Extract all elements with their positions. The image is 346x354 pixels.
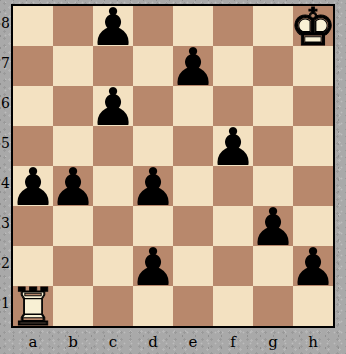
square-g7[interactable] bbox=[253, 46, 293, 86]
square-g6[interactable] bbox=[253, 86, 293, 126]
square-g3[interactable]: ♟ bbox=[253, 206, 293, 246]
square-b2[interactable] bbox=[53, 246, 93, 286]
square-c8[interactable]: ♟ bbox=[93, 6, 133, 46]
file-label-e: e bbox=[173, 332, 213, 352]
square-a8[interactable] bbox=[13, 6, 53, 46]
black-pawn[interactable]: ♟ bbox=[173, 47, 213, 87]
square-e2[interactable] bbox=[173, 246, 213, 286]
square-e3[interactable] bbox=[173, 206, 213, 246]
square-a4[interactable]: ♟ bbox=[13, 166, 53, 206]
square-h1[interactable] bbox=[293, 286, 333, 326]
black-pawn[interactable]: ♟ bbox=[213, 127, 253, 167]
square-c5[interactable] bbox=[93, 126, 133, 166]
black-pawn[interactable]: ♟ bbox=[53, 167, 93, 207]
square-b7[interactable] bbox=[53, 46, 93, 86]
square-b4[interactable]: ♟ bbox=[53, 166, 93, 206]
rank-label-7: 7 bbox=[0, 43, 11, 83]
file-label-d: d bbox=[133, 332, 173, 352]
square-a6[interactable] bbox=[13, 86, 53, 126]
black-pawn[interactable]: ♟ bbox=[93, 7, 133, 47]
black-pawn[interactable]: ♟ bbox=[133, 167, 173, 207]
square-d6[interactable] bbox=[133, 86, 173, 126]
square-d8[interactable] bbox=[133, 6, 173, 46]
square-h6[interactable] bbox=[293, 86, 333, 126]
black-pawn[interactable]: ♟ bbox=[293, 247, 333, 287]
square-g2[interactable] bbox=[253, 246, 293, 286]
square-a3[interactable] bbox=[13, 206, 53, 246]
square-g8[interactable] bbox=[253, 6, 293, 46]
square-f7[interactable] bbox=[213, 46, 253, 86]
square-f5[interactable]: ♟ bbox=[213, 126, 253, 166]
file-label-h: h bbox=[293, 332, 333, 352]
square-b1[interactable] bbox=[53, 286, 93, 326]
square-h7[interactable] bbox=[293, 46, 333, 86]
chess-diagram: 87654321 ♟♚♔♟♟♟♟♟♟♟♟♟♜♖ abcdefgh bbox=[0, 0, 346, 354]
square-b3[interactable] bbox=[53, 206, 93, 246]
square-e5[interactable] bbox=[173, 126, 213, 166]
square-d1[interactable] bbox=[133, 286, 173, 326]
square-e7[interactable]: ♟ bbox=[173, 46, 213, 86]
square-h2[interactable]: ♟ bbox=[293, 246, 333, 286]
file-label-f: f bbox=[213, 332, 253, 352]
square-e4[interactable] bbox=[173, 166, 213, 206]
square-b6[interactable] bbox=[53, 86, 93, 126]
file-label-c: c bbox=[93, 332, 133, 352]
black-pawn[interactable]: ♟ bbox=[93, 87, 133, 127]
square-d4[interactable]: ♟ bbox=[133, 166, 173, 206]
square-h5[interactable] bbox=[293, 126, 333, 166]
square-h8[interactable]: ♚♔ bbox=[293, 6, 333, 46]
square-h4[interactable] bbox=[293, 166, 333, 206]
square-d7[interactable] bbox=[133, 46, 173, 86]
black-pawn[interactable]: ♟ bbox=[253, 207, 293, 247]
square-f4[interactable] bbox=[213, 166, 253, 206]
square-f8[interactable] bbox=[213, 6, 253, 46]
file-label-a: a bbox=[13, 332, 53, 352]
white-king-outline-glyph: ♔ bbox=[293, 7, 333, 47]
white-king[interactable]: ♚♔ bbox=[293, 6, 333, 46]
square-f1[interactable] bbox=[213, 286, 253, 326]
square-e6[interactable] bbox=[173, 86, 213, 126]
black-pawn[interactable]: ♟ bbox=[133, 247, 173, 287]
square-g1[interactable] bbox=[253, 286, 293, 326]
board-frame: ♟♚♔♟♟♟♟♟♟♟♟♟♜♖ bbox=[11, 4, 335, 328]
file-label-g: g bbox=[253, 332, 293, 352]
white-rook-outline-glyph: ♖ bbox=[13, 287, 53, 327]
square-d2[interactable]: ♟ bbox=[133, 246, 173, 286]
square-a7[interactable] bbox=[13, 46, 53, 86]
square-c2[interactable] bbox=[93, 246, 133, 286]
white-rook[interactable]: ♜♖ bbox=[13, 286, 53, 326]
square-c4[interactable] bbox=[93, 166, 133, 206]
chess-board: ♟♚♔♟♟♟♟♟♟♟♟♟♜♖ bbox=[13, 6, 333, 326]
square-a1[interactable]: ♜♖ bbox=[13, 286, 53, 326]
file-labels: abcdefgh bbox=[13, 332, 333, 352]
square-g5[interactable] bbox=[253, 126, 293, 166]
file-label-b: b bbox=[53, 332, 93, 352]
black-pawn[interactable]: ♟ bbox=[13, 167, 53, 207]
square-c3[interactable] bbox=[93, 206, 133, 246]
square-f3[interactable] bbox=[213, 206, 253, 246]
square-c6[interactable]: ♟ bbox=[93, 86, 133, 126]
square-c1[interactable] bbox=[93, 286, 133, 326]
rank-label-6: 6 bbox=[0, 83, 11, 123]
square-f2[interactable] bbox=[213, 246, 253, 286]
square-b8[interactable] bbox=[53, 6, 93, 46]
rank-label-8: 8 bbox=[0, 3, 11, 43]
square-e1[interactable] bbox=[173, 286, 213, 326]
